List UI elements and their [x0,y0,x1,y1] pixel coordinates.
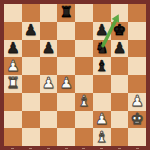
black-knight-f6[interactable]: ♞ [95,40,108,55]
square-d1[interactable] [57,128,75,146]
square-a4[interactable]: ♜ [4,75,22,93]
black-pawn-c6[interactable]: ♟ [42,40,55,55]
square-g6[interactable]: ♟ [111,40,129,58]
square-c6[interactable]: ♟ [40,40,58,58]
square-f7[interactable]: ♟ [93,22,111,40]
square-b5[interactable] [22,57,40,75]
white-pawn-d4[interactable]: ♟ [59,76,72,91]
square-c8[interactable] [40,4,58,22]
black-king-g7[interactable]: ♚ [113,23,126,38]
square-f8[interactable] [93,4,111,22]
square-e3[interactable]: ♝ [75,93,93,111]
black-rook-d8[interactable]: ♜ [59,5,72,20]
square-b3[interactable] [22,93,40,111]
square-h8[interactable] [128,4,146,22]
square-d7[interactable] [57,22,75,40]
square-b6[interactable] [22,40,40,58]
white-king-h2[interactable]: ♚ [130,111,143,126]
square-b1[interactable] [22,128,40,146]
square-c2[interactable] [40,111,58,129]
square-g1[interactable] [111,128,129,146]
square-c7[interactable] [40,22,58,40]
square-d8[interactable]: ♜ [57,4,75,22]
file-tick-h [136,148,139,150]
file-tick-d [65,148,68,150]
square-d5[interactable] [57,57,75,75]
square-h4[interactable] [128,75,146,93]
white-bishop-f1[interactable]: ♝ [95,129,108,144]
square-f5[interactable]: ♝ [93,57,111,75]
white-bishop-e3[interactable]: ♝ [77,94,90,109]
square-c4[interactable]: ♟ [40,75,58,93]
square-a8[interactable] [4,4,22,22]
file-tick-c [47,148,50,150]
square-g2[interactable] [111,111,129,129]
file-tick-e [82,148,85,150]
square-d4[interactable]: ♟ [57,75,75,93]
square-b2[interactable] [22,111,40,129]
chess-board[interactable]: ♜♟♟♚♟♟♞♟♟♝♜♟♟♝♟♟♚♝ [4,4,146,146]
square-h6[interactable] [128,40,146,58]
square-e4[interactable] [75,75,93,93]
black-bishop-f5[interactable]: ♝ [95,58,108,73]
square-h1[interactable] [128,128,146,146]
square-h5[interactable] [128,57,146,75]
square-e5[interactable] [75,57,93,75]
square-c5[interactable] [40,57,58,75]
white-pawn-c4[interactable]: ♟ [42,76,55,91]
square-g7[interactable]: ♚ [111,22,129,40]
file-tick-b [29,148,32,150]
file-tick-f [100,148,103,150]
square-b7[interactable]: ♟ [22,22,40,40]
black-pawn-b7[interactable]: ♟ [24,23,37,38]
square-g8[interactable] [111,4,129,22]
square-g5[interactable] [111,57,129,75]
square-a7[interactable] [4,22,22,40]
white-pawn-a5[interactable]: ♟ [6,58,19,73]
black-pawn-g6[interactable]: ♟ [113,40,126,55]
square-g4[interactable] [111,75,129,93]
square-h2[interactable]: ♚ [128,111,146,129]
square-a5[interactable]: ♟ [4,57,22,75]
square-a3[interactable] [4,93,22,111]
square-a6[interactable]: ♟ [4,40,22,58]
square-a2[interactable] [4,111,22,129]
black-pawn-f7[interactable]: ♟ [95,23,108,38]
square-d6[interactable] [57,40,75,58]
white-pawn-f2[interactable]: ♟ [95,111,108,126]
square-c3[interactable] [40,93,58,111]
square-f4[interactable] [93,75,111,93]
file-tick-g [118,148,121,150]
square-g3[interactable] [111,93,129,111]
square-a1[interactable] [4,128,22,146]
white-rook-a4[interactable]: ♜ [6,76,19,91]
square-e1[interactable] [75,128,93,146]
file-tick-a [11,148,14,150]
black-pawn-a6[interactable]: ♟ [6,40,19,55]
square-f2[interactable]: ♟ [93,111,111,129]
square-b8[interactable] [22,4,40,22]
chess-board-widget: ♜♟♟♚♟♟♞♟♟♝♜♟♟♝♟♟♚♝ [0,0,150,150]
white-pawn-h3[interactable]: ♟ [130,94,143,109]
square-e7[interactable] [75,22,93,40]
square-d2[interactable] [57,111,75,129]
square-f3[interactable] [93,93,111,111]
square-e2[interactable] [75,111,93,129]
square-b4[interactable] [22,75,40,93]
square-c1[interactable] [40,128,58,146]
square-e6[interactable] [75,40,93,58]
square-e8[interactable] [75,4,93,22]
square-h3[interactable]: ♟ [128,93,146,111]
square-f1[interactable]: ♝ [93,128,111,146]
square-h7[interactable] [128,22,146,40]
square-d3[interactable] [57,93,75,111]
square-f6[interactable]: ♞ [93,40,111,58]
